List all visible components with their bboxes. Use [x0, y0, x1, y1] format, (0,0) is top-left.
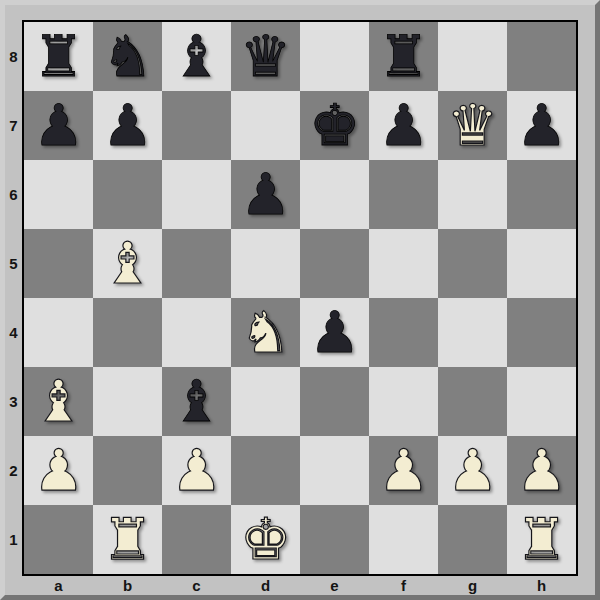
square-b2[interactable]	[93, 436, 162, 505]
square-e8[interactable]	[300, 22, 369, 91]
piece-black-pawn: ♟	[378, 97, 429, 154]
square-f3[interactable]	[369, 367, 438, 436]
piece-black-bishop: ♝	[171, 373, 222, 430]
file-label-g: g	[438, 576, 507, 594]
square-e3[interactable]	[300, 367, 369, 436]
square-d7[interactable]	[231, 91, 300, 160]
square-g1[interactable]	[438, 505, 507, 574]
piece-white-pawn: ♟	[378, 442, 429, 499]
piece-black-knight: ♞	[102, 28, 153, 85]
square-h8[interactable]	[507, 22, 576, 91]
file-label-f: f	[369, 576, 438, 594]
rank-label-6: 6	[5, 160, 22, 229]
square-b8[interactable]: ♞	[93, 22, 162, 91]
file-label-b: b	[93, 576, 162, 594]
file-label-a: a	[24, 576, 93, 594]
piece-white-bishop: ♝	[102, 235, 153, 292]
diagram-frame: 8 7 6 5 4 3 2 1 ♜♞♝♛♜♟♟♚♟♛♟♟♝♞♟♝♝♟♟♟♟♟♜♚…	[0, 0, 600, 600]
square-d4[interactable]: ♞	[231, 298, 300, 367]
square-a5[interactable]	[24, 229, 93, 298]
square-g7[interactable]: ♛	[438, 91, 507, 160]
piece-black-queen: ♛	[240, 28, 291, 85]
piece-black-rook: ♜	[33, 28, 84, 85]
square-g5[interactable]	[438, 229, 507, 298]
square-d3[interactable]	[231, 367, 300, 436]
piece-black-rook: ♜	[378, 28, 429, 85]
square-c5[interactable]	[162, 229, 231, 298]
piece-black-pawn: ♟	[102, 97, 153, 154]
square-c8[interactable]: ♝	[162, 22, 231, 91]
square-e1[interactable]	[300, 505, 369, 574]
piece-black-pawn: ♟	[240, 166, 291, 223]
square-d8[interactable]: ♛	[231, 22, 300, 91]
piece-white-queen: ♛	[447, 97, 498, 154]
square-c7[interactable]	[162, 91, 231, 160]
rank-label-4: 4	[5, 298, 22, 367]
square-c3[interactable]: ♝	[162, 367, 231, 436]
file-label-d: d	[231, 576, 300, 594]
piece-white-pawn: ♟	[447, 442, 498, 499]
file-label-c: c	[162, 576, 231, 594]
piece-black-pawn: ♟	[516, 97, 567, 154]
piece-white-knight: ♞	[240, 304, 291, 361]
square-a3[interactable]: ♝	[24, 367, 93, 436]
square-c2[interactable]: ♟	[162, 436, 231, 505]
square-e4[interactable]: ♟	[300, 298, 369, 367]
rank-label-3: 3	[5, 367, 22, 436]
square-h1[interactable]: ♜	[507, 505, 576, 574]
piece-black-bishop: ♝	[171, 28, 222, 85]
piece-black-pawn: ♟	[309, 304, 360, 361]
square-b5[interactable]: ♝	[93, 229, 162, 298]
square-d6[interactable]: ♟	[231, 160, 300, 229]
square-a1[interactable]	[24, 505, 93, 574]
square-c6[interactable]	[162, 160, 231, 229]
square-c4[interactable]	[162, 298, 231, 367]
square-h3[interactable]	[507, 367, 576, 436]
square-e5[interactable]	[300, 229, 369, 298]
square-a4[interactable]	[24, 298, 93, 367]
square-d2[interactable]	[231, 436, 300, 505]
square-b6[interactable]	[93, 160, 162, 229]
square-f2[interactable]: ♟	[369, 436, 438, 505]
square-g4[interactable]	[438, 298, 507, 367]
piece-white-king: ♚	[240, 511, 291, 568]
square-b1[interactable]: ♜	[93, 505, 162, 574]
piece-black-king: ♚	[309, 97, 360, 154]
square-g6[interactable]	[438, 160, 507, 229]
square-a7[interactable]: ♟	[24, 91, 93, 160]
square-f5[interactable]	[369, 229, 438, 298]
chess-board: ♜♞♝♛♜♟♟♚♟♛♟♟♝♞♟♝♝♟♟♟♟♟♜♚♜	[22, 20, 578, 576]
square-c1[interactable]	[162, 505, 231, 574]
square-f6[interactable]	[369, 160, 438, 229]
piece-white-pawn: ♟	[33, 442, 84, 499]
piece-black-pawn: ♟	[33, 97, 84, 154]
rank-label-8: 8	[5, 22, 22, 91]
square-h6[interactable]	[507, 160, 576, 229]
square-f4[interactable]	[369, 298, 438, 367]
square-h7[interactable]: ♟	[507, 91, 576, 160]
square-d1[interactable]: ♚	[231, 505, 300, 574]
square-f7[interactable]: ♟	[369, 91, 438, 160]
piece-white-bishop: ♝	[33, 373, 84, 430]
square-f8[interactable]: ♜	[369, 22, 438, 91]
square-d5[interactable]	[231, 229, 300, 298]
rank-labels: 8 7 6 5 4 3 2 1	[5, 22, 22, 574]
square-e2[interactable]	[300, 436, 369, 505]
square-a8[interactable]: ♜	[24, 22, 93, 91]
piece-white-rook: ♜	[102, 511, 153, 568]
square-a6[interactable]	[24, 160, 93, 229]
piece-white-pawn: ♟	[516, 442, 567, 499]
piece-white-pawn: ♟	[171, 442, 222, 499]
square-g2[interactable]: ♟	[438, 436, 507, 505]
square-h4[interactable]	[507, 298, 576, 367]
square-b7[interactable]: ♟	[93, 91, 162, 160]
piece-white-rook: ♜	[516, 511, 567, 568]
square-h5[interactable]	[507, 229, 576, 298]
square-h2[interactable]: ♟	[507, 436, 576, 505]
square-g3[interactable]	[438, 367, 507, 436]
square-f1[interactable]	[369, 505, 438, 574]
file-label-e: e	[300, 576, 369, 594]
rank-label-1: 1	[5, 505, 22, 574]
square-e6[interactable]	[300, 160, 369, 229]
rank-label-2: 2	[5, 436, 22, 505]
square-b3[interactable]	[93, 367, 162, 436]
square-a2[interactable]: ♟	[24, 436, 93, 505]
file-label-h: h	[507, 576, 576, 594]
square-b4[interactable]	[93, 298, 162, 367]
square-g8[interactable]	[438, 22, 507, 91]
square-e7[interactable]: ♚	[300, 91, 369, 160]
file-labels: a b c d e f g h	[24, 576, 576, 594]
rank-label-5: 5	[5, 229, 22, 298]
rank-label-7: 7	[5, 91, 22, 160]
